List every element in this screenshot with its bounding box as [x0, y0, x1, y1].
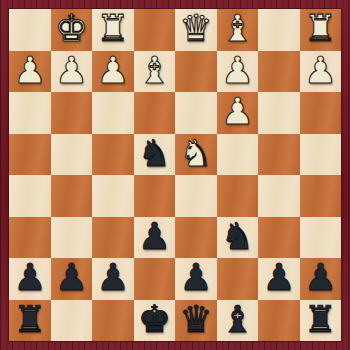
white-rook-a1: ♜: [304, 10, 337, 47]
square-a5[interactable]: [300, 175, 342, 217]
black-pawn-b7: ♟: [262, 259, 295, 296]
square-c2[interactable]: ♟: [217, 51, 259, 93]
square-c6[interactable]: ♞: [217, 217, 259, 259]
square-e3[interactable]: [134, 92, 176, 134]
square-h6[interactable]: [9, 217, 51, 259]
white-pawn-h2: ♟: [13, 52, 46, 89]
square-e1[interactable]: [134, 9, 176, 51]
square-a3[interactable]: [300, 92, 342, 134]
square-f2[interactable]: ♟: [92, 51, 134, 93]
square-a8[interactable]: ♜: [300, 300, 342, 342]
square-e7[interactable]: [134, 258, 176, 300]
square-d7[interactable]: ♟: [175, 258, 217, 300]
black-pawn-d7: ♟: [179, 259, 212, 296]
square-f6[interactable]: [92, 217, 134, 259]
square-e8[interactable]: ♚: [134, 300, 176, 342]
white-pawn-c2: ♟: [221, 52, 254, 89]
square-h5[interactable]: [9, 175, 51, 217]
black-pawn-e6: ♟: [138, 218, 171, 255]
square-h4[interactable]: [9, 134, 51, 176]
square-d2[interactable]: [175, 51, 217, 93]
square-d4[interactable]: ♞: [175, 134, 217, 176]
square-h8[interactable]: ♜: [9, 300, 51, 342]
white-pawn-c3: ♟: [221, 93, 254, 130]
square-d8[interactable]: ♛: [175, 300, 217, 342]
white-pawn-g2: ♟: [55, 52, 88, 89]
square-a6[interactable]: [300, 217, 342, 259]
square-g5[interactable]: [51, 175, 93, 217]
square-e6[interactable]: ♟: [134, 217, 176, 259]
square-d3[interactable]: [175, 92, 217, 134]
black-rook-a8: ♜: [304, 301, 337, 338]
square-c3[interactable]: ♟: [217, 92, 259, 134]
square-g3[interactable]: [51, 92, 93, 134]
square-c5[interactable]: [217, 175, 259, 217]
white-bishop-e2: ♝: [138, 52, 171, 89]
square-g6[interactable]: [51, 217, 93, 259]
black-bishop-c8: ♝: [221, 301, 254, 338]
square-b5[interactable]: [258, 175, 300, 217]
square-c4[interactable]: [217, 134, 259, 176]
square-b8[interactable]: [258, 300, 300, 342]
square-f1[interactable]: ♜: [92, 9, 134, 51]
black-knight-c6: ♞: [221, 218, 254, 255]
square-f4[interactable]: [92, 134, 134, 176]
black-pawn-a7: ♟: [304, 259, 337, 296]
square-g2[interactable]: ♟: [51, 51, 93, 93]
square-b4[interactable]: [258, 134, 300, 176]
white-pawn-f2: ♟: [96, 52, 129, 89]
white-bishop-c1: ♝: [221, 10, 254, 47]
black-knight-e4: ♞: [138, 135, 171, 172]
square-f8[interactable]: [92, 300, 134, 342]
black-queen-d8: ♛: [179, 301, 212, 338]
square-b3[interactable]: [258, 92, 300, 134]
black-rook-h8: ♜: [13, 301, 46, 338]
square-e4[interactable]: ♞: [134, 134, 176, 176]
black-king-e8: ♚: [138, 301, 171, 338]
square-d1[interactable]: ♛: [175, 9, 217, 51]
square-b6[interactable]: [258, 217, 300, 259]
square-a1[interactable]: ♜: [300, 9, 342, 51]
square-g4[interactable]: [51, 134, 93, 176]
black-pawn-g7: ♟: [55, 259, 88, 296]
square-e2[interactable]: ♝: [134, 51, 176, 93]
square-b1[interactable]: [258, 9, 300, 51]
square-g1[interactable]: ♚: [51, 9, 93, 51]
square-d6[interactable]: [175, 217, 217, 259]
square-c1[interactable]: ♝: [217, 9, 259, 51]
square-h1[interactable]: [9, 9, 51, 51]
square-c7[interactable]: [217, 258, 259, 300]
square-a4[interactable]: [300, 134, 342, 176]
square-b7[interactable]: ♟: [258, 258, 300, 300]
white-king-g1: ♚: [55, 10, 88, 47]
black-pawn-f7: ♟: [96, 259, 129, 296]
square-f7[interactable]: ♟: [92, 258, 134, 300]
square-g8[interactable]: [51, 300, 93, 342]
square-h2[interactable]: ♟: [9, 51, 51, 93]
square-a7[interactable]: ♟: [300, 258, 342, 300]
white-queen-d1: ♛: [179, 10, 212, 47]
chess-board-frame: ♚♜♛♝♜♟♟♟♝♟♟♟♞♞♟♞♟♟♟♟♟♟♜♚♛♝♜: [0, 0, 350, 350]
square-e5[interactable]: [134, 175, 176, 217]
white-rook-f1: ♜: [96, 10, 129, 47]
square-h3[interactable]: [9, 92, 51, 134]
square-h7[interactable]: ♟: [9, 258, 51, 300]
square-b2[interactable]: [258, 51, 300, 93]
square-c8[interactable]: ♝: [217, 300, 259, 342]
square-f3[interactable]: [92, 92, 134, 134]
square-d5[interactable]: [175, 175, 217, 217]
square-a2[interactable]: ♟: [300, 51, 342, 93]
chess-board: ♚♜♛♝♜♟♟♟♝♟♟♟♞♞♟♞♟♟♟♟♟♟♜♚♛♝♜: [9, 9, 341, 341]
white-pawn-a2: ♟: [304, 52, 337, 89]
black-pawn-h7: ♟: [13, 259, 46, 296]
square-g7[interactable]: ♟: [51, 258, 93, 300]
white-knight-d4: ♞: [179, 135, 212, 172]
square-f5[interactable]: [92, 175, 134, 217]
